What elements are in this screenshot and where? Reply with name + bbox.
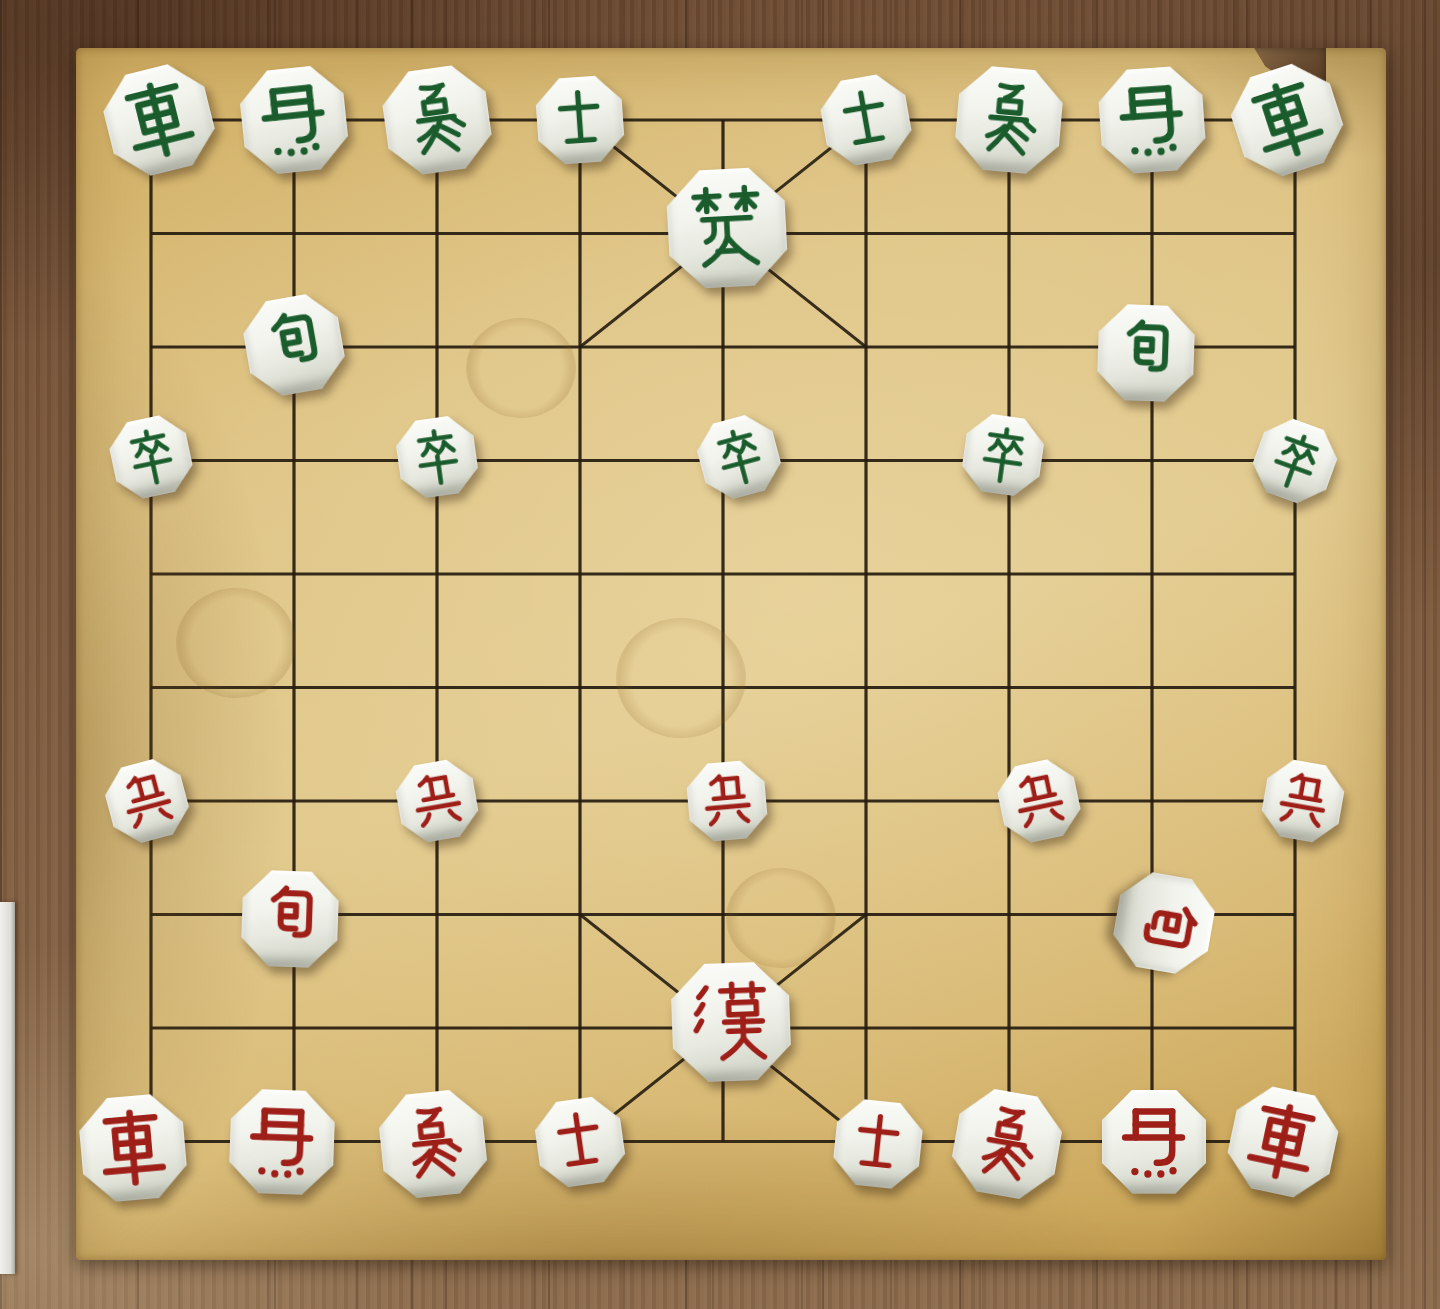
piece-glyph-士: [831, 1096, 926, 1191]
piece-cho-guard-d1[interactable]: [534, 74, 626, 166]
piece-glyph-兵: [392, 756, 482, 846]
piece-glyph-士: [534, 74, 626, 166]
piece-glyph-兵: [685, 759, 770, 844]
piece-han-guard-d10[interactable]: [531, 1093, 628, 1190]
piece-glyph-卒: [105, 410, 198, 503]
piece-han-general-e9[interactable]: [670, 961, 792, 1083]
wall-strip: [0, 902, 15, 1274]
piece-glyph-象: [953, 64, 1066, 177]
piece-glyph-馬: [228, 1088, 336, 1196]
piece-cho-soldier-a4[interactable]: [105, 410, 198, 503]
piece-han-soldier-i7[interactable]: [1258, 756, 1348, 846]
piece-glyph-士: [816, 70, 916, 170]
piece-glyph-象: [378, 61, 495, 178]
piece-han-soldier-c7[interactable]: [392, 756, 482, 846]
piece-cho-elephant-g1[interactable]: [953, 64, 1066, 177]
piece-cho-elephant-c1[interactable]: [378, 61, 495, 178]
photo-scene: [0, 0, 1440, 1309]
piece-glyph-車: [1221, 1080, 1344, 1203]
piece-han-horse-b10[interactable]: [228, 1088, 336, 1196]
piece-han-chariot-a10[interactable]: [77, 1091, 190, 1204]
piece-cho-soldier-g4[interactable]: [959, 410, 1047, 498]
piece-glyph-象: [376, 1086, 490, 1200]
piece-glyph-馬: [1102, 1090, 1206, 1194]
piece-glyph-車: [77, 1091, 190, 1204]
piece-glyph-象: [947, 1083, 1067, 1203]
piece-han-elephant-g10[interactable]: [947, 1083, 1067, 1203]
piece-glyph-兵: [993, 755, 1086, 848]
piece-glyph-包: [1108, 867, 1219, 978]
piece-glyph-馬: [237, 63, 351, 177]
piece-han-guard-f10[interactable]: [831, 1096, 926, 1191]
piece-cho-horse-b1[interactable]: [237, 63, 351, 177]
piece-glyph-卒: [393, 412, 481, 500]
piece-glyph-包: [238, 289, 349, 400]
piece-glyph-包: [240, 869, 339, 968]
piece-glyph-漢: [670, 961, 792, 1083]
piece-cho-soldier-c4[interactable]: [393, 412, 481, 500]
piece-glyph-兵: [1258, 756, 1348, 846]
piece-cho-general-e2[interactable]: [665, 165, 789, 289]
piece-cho-guard-f1[interactable]: [816, 70, 916, 170]
piece-cho-cannon-b3[interactable]: [238, 289, 349, 400]
piece-han-chariot-i10[interactable]: [1221, 1080, 1344, 1203]
piece-cho-horse-h1[interactable]: [1096, 64, 1207, 175]
piece-cho-cannon-h3[interactable]: [1096, 303, 1195, 402]
piece-han-cannon-b8[interactable]: [240, 869, 339, 968]
piece-han-soldier-g7[interactable]: [993, 755, 1086, 848]
piece-glyph-卒: [959, 410, 1047, 498]
piece-han-horse-h10[interactable]: [1102, 1090, 1206, 1194]
piece-glyph-馬: [1096, 64, 1207, 175]
piece-glyph-包: [1096, 303, 1195, 402]
piece-han-elephant-c10[interactable]: [376, 1086, 490, 1200]
piece-han-soldier-e7[interactable]: [685, 759, 770, 844]
piece-glyph-楚: [665, 165, 789, 289]
piece-han-cannon-h8[interactable]: [1108, 867, 1219, 978]
piece-glyph-士: [531, 1093, 628, 1190]
